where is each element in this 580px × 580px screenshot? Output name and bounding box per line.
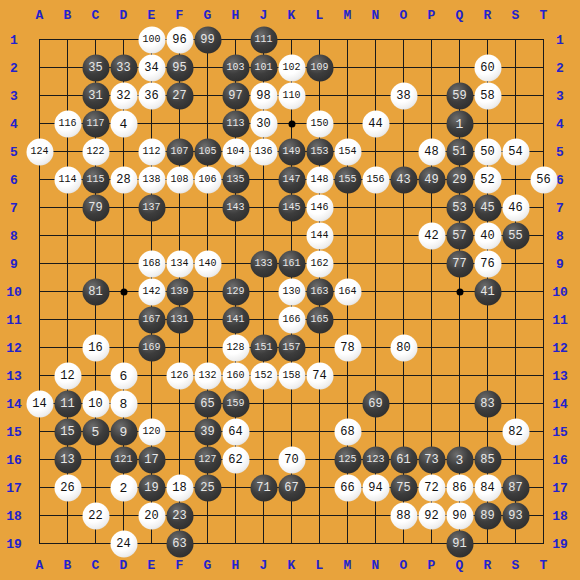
stone-black-107-F5: 107	[166, 138, 193, 165]
stone-white-164-M10: 164	[334, 278, 361, 305]
stone-white-130-K10: 130	[278, 278, 305, 305]
coord-label-row-11-left: 11	[6, 312, 22, 327]
stone-black-11-B14: 11	[54, 390, 81, 417]
stone-black-145-K7: 145	[278, 194, 305, 221]
stone-white-102-K2: 102	[278, 54, 305, 81]
stone-white-18-F17: 18	[166, 474, 193, 501]
stone-white-14-A14: 14	[26, 390, 53, 417]
stone-white-116-B4: 116	[54, 110, 81, 137]
stone-white-80-O12: 80	[390, 334, 417, 361]
stone-white-88-O18: 88	[390, 502, 417, 529]
stone-white-92-P18: 92	[418, 502, 445, 529]
stone-white-168-E9: 168	[138, 250, 165, 277]
stone-black-79-C7: 79	[82, 194, 109, 221]
move-number: 128	[226, 343, 244, 353]
stone-white-70-K16: 70	[278, 446, 305, 473]
move-number: 68	[340, 426, 354, 438]
stone-black-161-K9: 161	[278, 250, 305, 277]
stone-black-95-F2: 95	[166, 54, 193, 81]
move-number: 66	[340, 482, 354, 494]
stone-black-59-Q3: 59	[446, 82, 473, 109]
stone-black-69-N14: 69	[362, 390, 389, 417]
coord-label-row-9-right: 9	[556, 256, 564, 271]
move-number: 56	[536, 174, 550, 186]
stone-white-16-C12: 16	[82, 334, 109, 361]
move-number: 34	[144, 62, 158, 74]
move-number: 149	[282, 147, 300, 157]
move-number: 50	[480, 146, 494, 158]
coord-label-row-10-right: 10	[552, 284, 568, 299]
stone-white-24-D19: 24	[110, 530, 137, 557]
stone-white-152-J13: 152	[250, 362, 277, 389]
move-number: 131	[170, 315, 188, 325]
stone-white-30-J4: 30	[250, 110, 277, 137]
move-number: 91	[452, 538, 466, 550]
stone-black-67-K17: 67	[278, 474, 305, 501]
coord-label-row-10-left: 10	[6, 284, 22, 299]
stone-white-144-L8: 144	[306, 222, 333, 249]
stone-black-141-H11: 141	[222, 306, 249, 333]
move-number: 33	[116, 62, 130, 74]
coord-label-row-7-right: 7	[556, 200, 564, 215]
move-number: 26	[60, 482, 74, 494]
move-number: 80	[396, 342, 410, 354]
move-number: 16	[88, 342, 102, 354]
stone-black-23-F18: 23	[166, 502, 193, 529]
stone-black-57-Q8: 57	[446, 222, 473, 249]
stone-black-29-Q6: 29	[446, 166, 473, 193]
stone-black-41-R10: 41	[474, 278, 501, 305]
stone-white-36-E3: 36	[138, 82, 165, 109]
move-number: 35	[88, 62, 102, 74]
move-number: 29	[452, 174, 466, 186]
stone-black-121-D16: 121	[110, 446, 137, 473]
move-number: 111	[254, 35, 272, 45]
move-number: 71	[256, 482, 270, 494]
coord-label-row-7-left: 7	[10, 200, 18, 215]
move-number: 41	[480, 286, 494, 298]
move-number: 129	[226, 287, 244, 297]
move-number: 150	[310, 119, 328, 129]
coord-label-col-B-top: B	[64, 8, 72, 23]
star-point-Q10	[456, 288, 463, 295]
stone-black-33-D2: 33	[110, 54, 137, 81]
move-number: 64	[228, 426, 242, 438]
move-number: 137	[142, 203, 160, 213]
stone-white-52-R6: 52	[474, 166, 501, 193]
move-number: 42	[424, 230, 438, 242]
move-number: 120	[142, 427, 160, 437]
move-number: 72	[424, 482, 438, 494]
move-number: 100	[142, 35, 160, 45]
stone-black-61-O16: 61	[390, 446, 417, 473]
move-number: 61	[396, 454, 410, 466]
move-number: 169	[142, 343, 160, 353]
stone-white-132-G13: 132	[194, 362, 221, 389]
stone-black-19-E17: 19	[138, 474, 165, 501]
move-number: 147	[282, 175, 300, 185]
stone-black-53-Q7: 53	[446, 194, 473, 221]
move-number: 162	[310, 259, 328, 269]
move-number: 3	[456, 453, 464, 466]
move-number: 136	[254, 147, 272, 157]
move-number: 76	[480, 258, 494, 270]
stone-white-142-E10: 142	[138, 278, 165, 305]
stone-white-154-M5: 154	[334, 138, 361, 165]
coord-label-col-N-bottom: N	[372, 558, 380, 573]
stone-white-54-S5: 54	[502, 138, 529, 165]
stone-white-94-N17: 94	[362, 474, 389, 501]
move-number: 110	[282, 91, 300, 101]
move-number: 144	[310, 231, 328, 241]
move-number: 15	[60, 426, 74, 438]
coord-label-col-K-bottom: K	[288, 558, 296, 573]
stone-black-115-C6: 115	[82, 166, 109, 193]
stone-white-112-E5: 112	[138, 138, 165, 165]
move-number: 52	[480, 174, 494, 186]
stone-black-9-D15: 9	[110, 418, 137, 445]
move-number: 4	[120, 117, 128, 130]
move-number: 140	[198, 259, 216, 269]
coord-label-row-9-left: 9	[10, 256, 18, 271]
coord-label-row-2-right: 2	[556, 60, 564, 75]
move-number: 88	[396, 510, 410, 522]
stone-white-100-E1: 100	[138, 26, 165, 53]
move-number: 69	[368, 398, 382, 410]
stone-white-74-L13: 74	[306, 362, 333, 389]
move-number: 19	[144, 482, 158, 494]
stone-black-35-C2: 35	[82, 54, 109, 81]
stone-white-64-H15: 64	[222, 418, 249, 445]
move-number: 78	[340, 342, 354, 354]
stone-white-134-F9: 134	[166, 250, 193, 277]
stone-black-157-K12: 157	[278, 334, 305, 361]
move-number: 158	[282, 371, 300, 381]
move-number: 28	[116, 174, 130, 186]
coord-label-row-8-left: 8	[10, 228, 18, 243]
move-number: 75	[396, 482, 410, 494]
move-number: 46	[508, 202, 522, 214]
stone-white-26-B17: 26	[54, 474, 81, 501]
move-number: 38	[396, 90, 410, 102]
stone-white-8-D14: 8	[110, 390, 137, 417]
move-number: 98	[256, 90, 270, 102]
move-number: 92	[424, 510, 438, 522]
move-number: 146	[310, 203, 328, 213]
coord-label-col-L-bottom: L	[316, 558, 324, 573]
star-point-D10	[120, 288, 127, 295]
stone-black-137-E7: 137	[138, 194, 165, 221]
coord-label-col-D-top: D	[120, 8, 128, 23]
move-number: 143	[226, 203, 244, 213]
move-number: 82	[508, 426, 522, 438]
move-number: 123	[366, 455, 384, 465]
coord-label-row-4-right: 4	[556, 116, 564, 131]
coord-label-row-5-right: 5	[556, 144, 564, 159]
stone-black-5-C15: 5	[82, 418, 109, 445]
move-number: 117	[86, 119, 104, 129]
coord-label-row-12-right: 12	[552, 340, 568, 355]
move-number: 49	[424, 174, 438, 186]
coord-label-row-1-right: 1	[556, 32, 564, 47]
stone-white-82-S15: 82	[502, 418, 529, 445]
move-number: 165	[310, 315, 328, 325]
coord-label-row-13-left: 13	[6, 368, 22, 383]
stone-white-90-Q18: 90	[446, 502, 473, 529]
move-number: 74	[312, 370, 326, 382]
move-number: 14	[32, 398, 46, 410]
coord-label-row-6-left: 6	[10, 172, 18, 187]
coord-label-row-8-right: 8	[556, 228, 564, 243]
move-number: 95	[172, 62, 186, 74]
stone-black-139-F10: 139	[166, 278, 193, 305]
stone-black-165-L11: 165	[306, 306, 333, 333]
stone-black-45-R7: 45	[474, 194, 501, 221]
move-number: 154	[338, 147, 356, 157]
move-number: 115	[86, 175, 104, 185]
star-point-K4	[288, 120, 295, 127]
move-number: 109	[310, 63, 328, 73]
stone-white-34-E2: 34	[138, 54, 165, 81]
stone-white-46-S7: 46	[502, 194, 529, 221]
move-number: 139	[170, 287, 188, 297]
coord-label-col-A-top: A	[36, 8, 44, 23]
stone-white-114-B6: 114	[54, 166, 81, 193]
move-number: 62	[228, 454, 242, 466]
coord-label-row-17-left: 17	[6, 480, 22, 495]
coord-label-row-18-right: 18	[552, 508, 568, 523]
coord-label-row-3-right: 3	[556, 88, 564, 103]
move-number: 122	[86, 147, 104, 157]
stone-white-38-O3: 38	[390, 82, 417, 109]
stone-white-44-N4: 44	[362, 110, 389, 137]
stone-black-105-G5: 105	[194, 138, 221, 165]
move-number: 83	[480, 398, 494, 410]
coord-label-col-G-top: G	[204, 8, 212, 23]
stone-black-131-F11: 131	[166, 306, 193, 333]
stone-white-166-K11: 166	[278, 306, 305, 333]
stone-white-60-R2: 60	[474, 54, 501, 81]
stone-black-81-C10: 81	[82, 278, 109, 305]
move-number: 125	[338, 455, 356, 465]
move-number: 60	[480, 62, 494, 74]
move-number: 138	[142, 175, 160, 185]
move-number: 44	[368, 118, 382, 130]
stone-white-104-H5: 104	[222, 138, 249, 165]
stone-white-56-T6: 56	[530, 166, 557, 193]
stone-white-32-D3: 32	[110, 82, 137, 109]
stone-white-68-M15: 68	[334, 418, 361, 445]
stone-black-75-O17: 75	[390, 474, 417, 501]
coord-label-row-19-left: 19	[6, 536, 22, 551]
stone-black-113-H4: 113	[222, 110, 249, 137]
grid-line-vertical	[543, 39, 544, 544]
move-number: 145	[282, 203, 300, 213]
go-board: AABBCCDDEEFFGGHHJJKKLLMMNNOOPPQQRRSSTT11…	[0, 0, 580, 580]
move-number: 164	[338, 287, 356, 297]
stone-black-83-R14: 83	[474, 390, 501, 417]
move-number: 106	[198, 175, 216, 185]
stone-black-17-E16: 17	[138, 446, 165, 473]
coord-label-col-P-bottom: P	[428, 558, 436, 573]
move-number: 12	[60, 370, 74, 382]
move-number: 167	[142, 315, 160, 325]
stone-white-78-M12: 78	[334, 334, 361, 361]
move-number: 45	[480, 202, 494, 214]
move-number: 101	[254, 63, 272, 73]
coord-label-col-R-bottom: R	[484, 558, 492, 573]
coord-label-col-G-bottom: G	[204, 558, 212, 573]
coord-label-row-17-right: 17	[552, 480, 568, 495]
move-number: 99	[200, 34, 214, 46]
stone-black-91-Q19: 91	[446, 530, 473, 557]
stone-black-39-G15: 39	[194, 418, 221, 445]
move-number: 155	[338, 175, 356, 185]
move-number: 31	[88, 90, 102, 102]
stone-white-106-G6: 106	[194, 166, 221, 193]
stone-white-62-H16: 62	[222, 446, 249, 473]
move-number: 22	[88, 510, 102, 522]
move-number: 77	[452, 258, 466, 270]
move-number: 152	[254, 371, 272, 381]
stone-black-85-R16: 85	[474, 446, 501, 473]
move-number: 126	[170, 371, 188, 381]
coord-label-col-O-top: O	[400, 8, 408, 23]
stone-black-163-L10: 163	[306, 278, 333, 305]
stone-white-122-C5: 122	[82, 138, 109, 165]
move-number: 161	[282, 259, 300, 269]
stone-white-110-K3: 110	[278, 82, 305, 109]
stone-black-159-H14: 159	[222, 390, 249, 417]
move-number: 25	[200, 482, 214, 494]
move-number: 130	[282, 287, 300, 297]
move-number: 70	[284, 454, 298, 466]
coord-label-row-16-right: 16	[552, 452, 568, 467]
coord-label-col-N-top: N	[372, 8, 380, 23]
stone-black-27-F3: 27	[166, 82, 193, 109]
stone-black-129-H10: 129	[222, 278, 249, 305]
coord-label-row-11-right: 11	[552, 312, 568, 327]
coord-label-col-T-bottom: T	[540, 558, 548, 573]
stone-black-87-S17: 87	[502, 474, 529, 501]
coord-label-col-A-bottom: A	[36, 558, 44, 573]
stone-white-4-D4: 4	[110, 110, 137, 137]
move-number: 113	[226, 119, 244, 129]
move-number: 107	[170, 147, 188, 157]
stone-black-49-P6: 49	[418, 166, 445, 193]
move-number: 55	[508, 230, 522, 242]
coord-label-row-14-left: 14	[6, 396, 22, 411]
stone-black-111-J1: 111	[250, 26, 277, 53]
move-number: 90	[452, 510, 466, 522]
stone-white-108-F6: 108	[166, 166, 193, 193]
stone-black-143-H7: 143	[222, 194, 249, 221]
stone-white-50-R5: 50	[474, 138, 501, 165]
stone-black-77-Q9: 77	[446, 250, 473, 277]
move-number: 168	[142, 259, 160, 269]
move-number: 157	[282, 343, 300, 353]
move-number: 112	[142, 147, 160, 157]
coord-label-col-E-top: E	[148, 8, 156, 23]
coord-label-row-18-left: 18	[6, 508, 22, 523]
move-number: 79	[88, 202, 102, 214]
move-number: 39	[200, 426, 214, 438]
stone-white-148-L6: 148	[306, 166, 333, 193]
move-number: 103	[226, 63, 244, 73]
stone-white-20-E18: 20	[138, 502, 165, 529]
stone-black-15-B15: 15	[54, 418, 81, 445]
coord-label-col-M-bottom: M	[344, 558, 352, 573]
stone-black-109-L2: 109	[306, 54, 333, 81]
stone-black-1-Q4: 1	[446, 110, 473, 137]
coord-label-col-C-bottom: C	[92, 558, 100, 573]
stone-white-76-R9: 76	[474, 250, 501, 277]
move-number: 151	[254, 343, 272, 353]
coord-label-col-H-top: H	[232, 8, 240, 23]
coord-label-row-15-left: 15	[6, 424, 22, 439]
move-number: 142	[142, 287, 160, 297]
move-number: 81	[88, 286, 102, 298]
move-number: 63	[172, 538, 186, 550]
stone-black-3-Q16: 3	[446, 446, 473, 473]
stone-black-55-S8: 55	[502, 222, 529, 249]
stone-white-6-D13: 6	[110, 362, 137, 389]
move-number: 97	[228, 90, 242, 102]
move-number: 102	[282, 63, 300, 73]
move-number: 6	[120, 369, 128, 382]
coord-label-col-E-bottom: E	[148, 558, 156, 573]
stone-white-86-Q17: 86	[446, 474, 473, 501]
move-number: 135	[226, 175, 244, 185]
stone-white-84-R17: 84	[474, 474, 501, 501]
stone-black-151-J12: 151	[250, 334, 277, 361]
stone-white-156-N6: 156	[362, 166, 389, 193]
move-number: 32	[116, 90, 130, 102]
move-number: 114	[58, 175, 76, 185]
move-number: 85	[480, 454, 494, 466]
coord-label-col-Q-bottom: Q	[456, 558, 464, 573]
stone-black-71-J17: 71	[250, 474, 277, 501]
stone-white-136-J5: 136	[250, 138, 277, 165]
stone-black-167-E11: 167	[138, 306, 165, 333]
coord-label-row-14-right: 14	[552, 396, 568, 411]
move-number: 84	[480, 482, 494, 494]
coord-label-row-19-right: 19	[552, 536, 568, 551]
coord-label-col-L-top: L	[316, 8, 324, 23]
stone-black-73-P16: 73	[418, 446, 445, 473]
stone-black-125-M16: 125	[334, 446, 361, 473]
stone-white-96-F1: 96	[166, 26, 193, 53]
coord-label-col-J-bottom: J	[260, 558, 268, 573]
move-number: 96	[172, 34, 186, 46]
move-number: 73	[424, 454, 438, 466]
stone-white-140-G9: 140	[194, 250, 221, 277]
move-number: 67	[284, 482, 298, 494]
coord-label-col-R-top: R	[484, 8, 492, 23]
coord-label-col-P-top: P	[428, 8, 436, 23]
stone-black-65-G14: 65	[194, 390, 221, 417]
move-number: 104	[226, 147, 244, 157]
stone-black-93-S18: 93	[502, 502, 529, 529]
move-number: 87	[508, 482, 522, 494]
coord-label-col-S-top: S	[512, 8, 520, 23]
stone-white-138-E6: 138	[138, 166, 165, 193]
move-number: 159	[226, 399, 244, 409]
coord-label-row-5-left: 5	[10, 144, 18, 159]
coord-label-col-D-bottom: D	[120, 558, 128, 573]
coord-label-col-K-top: K	[288, 8, 296, 23]
stone-white-160-H13: 160	[222, 362, 249, 389]
